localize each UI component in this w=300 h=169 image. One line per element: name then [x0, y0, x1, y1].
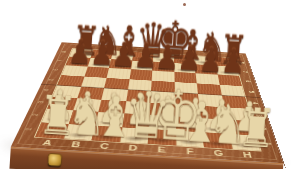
square-c2: ♟	[95, 112, 124, 127]
square-d2: ♟	[122, 113, 150, 128]
rank-label: 8	[53, 49, 76, 56]
square-g3	[199, 105, 226, 119]
piece-shadow	[39, 130, 63, 137]
square-b1: ♞	[63, 124, 95, 141]
rank-label: 6	[236, 77, 260, 85]
square-b4	[77, 87, 104, 100]
piece-black-queen: ♛	[134, 17, 154, 63]
square-d1: ♛	[120, 127, 149, 144]
square-g4	[198, 94, 224, 107]
piece-shadow	[125, 121, 147, 128]
square-f1: ♝	[175, 130, 204, 147]
piece-shadow	[95, 133, 118, 140]
rank-label: 3	[27, 97, 56, 107]
rank-label: 5	[239, 87, 264, 96]
square-h2: ♟	[226, 120, 256, 136]
piece-shadow	[230, 127, 253, 134]
square-d3	[124, 101, 150, 115]
piece-shadow	[123, 135, 146, 142]
square-f4	[174, 92, 199, 105]
piece-shadow	[206, 140, 229, 147]
piece-shadow	[71, 118, 94, 125]
piece-shadow	[98, 119, 120, 126]
photo-artifact-dot	[183, 3, 186, 6]
piece-shadow	[204, 126, 226, 133]
piece-shadow	[178, 124, 200, 131]
square-d4	[126, 90, 151, 103]
piece-shadow	[178, 138, 201, 145]
square-e3	[150, 102, 176, 116]
piece-black-king: ♚	[155, 15, 175, 64]
piece-shadow	[151, 137, 173, 144]
board-frame: ♜♞♝♛♚♝♞♜♟♟♟♟♟♟♟♟♟♟♟♟♟♟♟♟♜♞♝♛♚♝♞♜ A B C D…	[11, 42, 284, 163]
square-b2: ♟	[68, 110, 98, 125]
square-e1: ♚	[148, 129, 176, 146]
rank-label: 7	[233, 68, 256, 76]
piece-shadow	[67, 132, 91, 139]
square-g1: ♞	[202, 132, 232, 149]
piece-shadow	[45, 116, 68, 123]
piece-shadow	[233, 142, 257, 149]
chess-set-photo: ♜♞♝♛♚♝♞♜♟♟♟♟♟♟♟♟♟♟♟♟♟♟♟♟♜♞♝♛♚♝♞♜ A B C D…	[0, 0, 300, 169]
chess-board: ♜♞♝♛♚♝♞♜♟♟♟♟♟♟♟♟♟♟♟♟♟♟♟♟♜♞♝♛♚♝♞♜ A B C D…	[11, 42, 284, 163]
brass-latch-icon	[48, 154, 61, 166]
square-c1: ♝	[92, 125, 122, 142]
square-c4	[101, 88, 127, 101]
piece-shadow	[151, 122, 172, 129]
